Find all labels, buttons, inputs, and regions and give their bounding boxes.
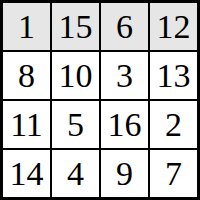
- grid-cell-r2c2: 10: [51, 51, 100, 100]
- grid-cell-r4c1: 14: [2, 149, 51, 198]
- magic-square-board: 11561281031311516214497: [0, 0, 200, 200]
- grid-cell-r3c4: 2: [149, 100, 198, 149]
- grid-cell-r2c3: 3: [100, 51, 149, 100]
- grid-cell-r1c4: 12: [149, 2, 198, 51]
- grid-cell-r4c2: 4: [51, 149, 100, 198]
- grid-cell-r1c3: 6: [100, 2, 149, 51]
- grid-cell-r2c4: 13: [149, 51, 198, 100]
- grid-cell-r2c1: 8: [2, 51, 51, 100]
- grid-cell-r3c2: 5: [51, 100, 100, 149]
- grid-cell-r1c2: 15: [51, 2, 100, 51]
- grid-cell-r3c3: 16: [100, 100, 149, 149]
- grid-cell-r4c4: 7: [149, 149, 198, 198]
- grid-cell-r4c3: 9: [100, 149, 149, 198]
- grid-cell-r1c1: 1: [2, 2, 51, 51]
- grid-cell-r3c1: 11: [2, 100, 51, 149]
